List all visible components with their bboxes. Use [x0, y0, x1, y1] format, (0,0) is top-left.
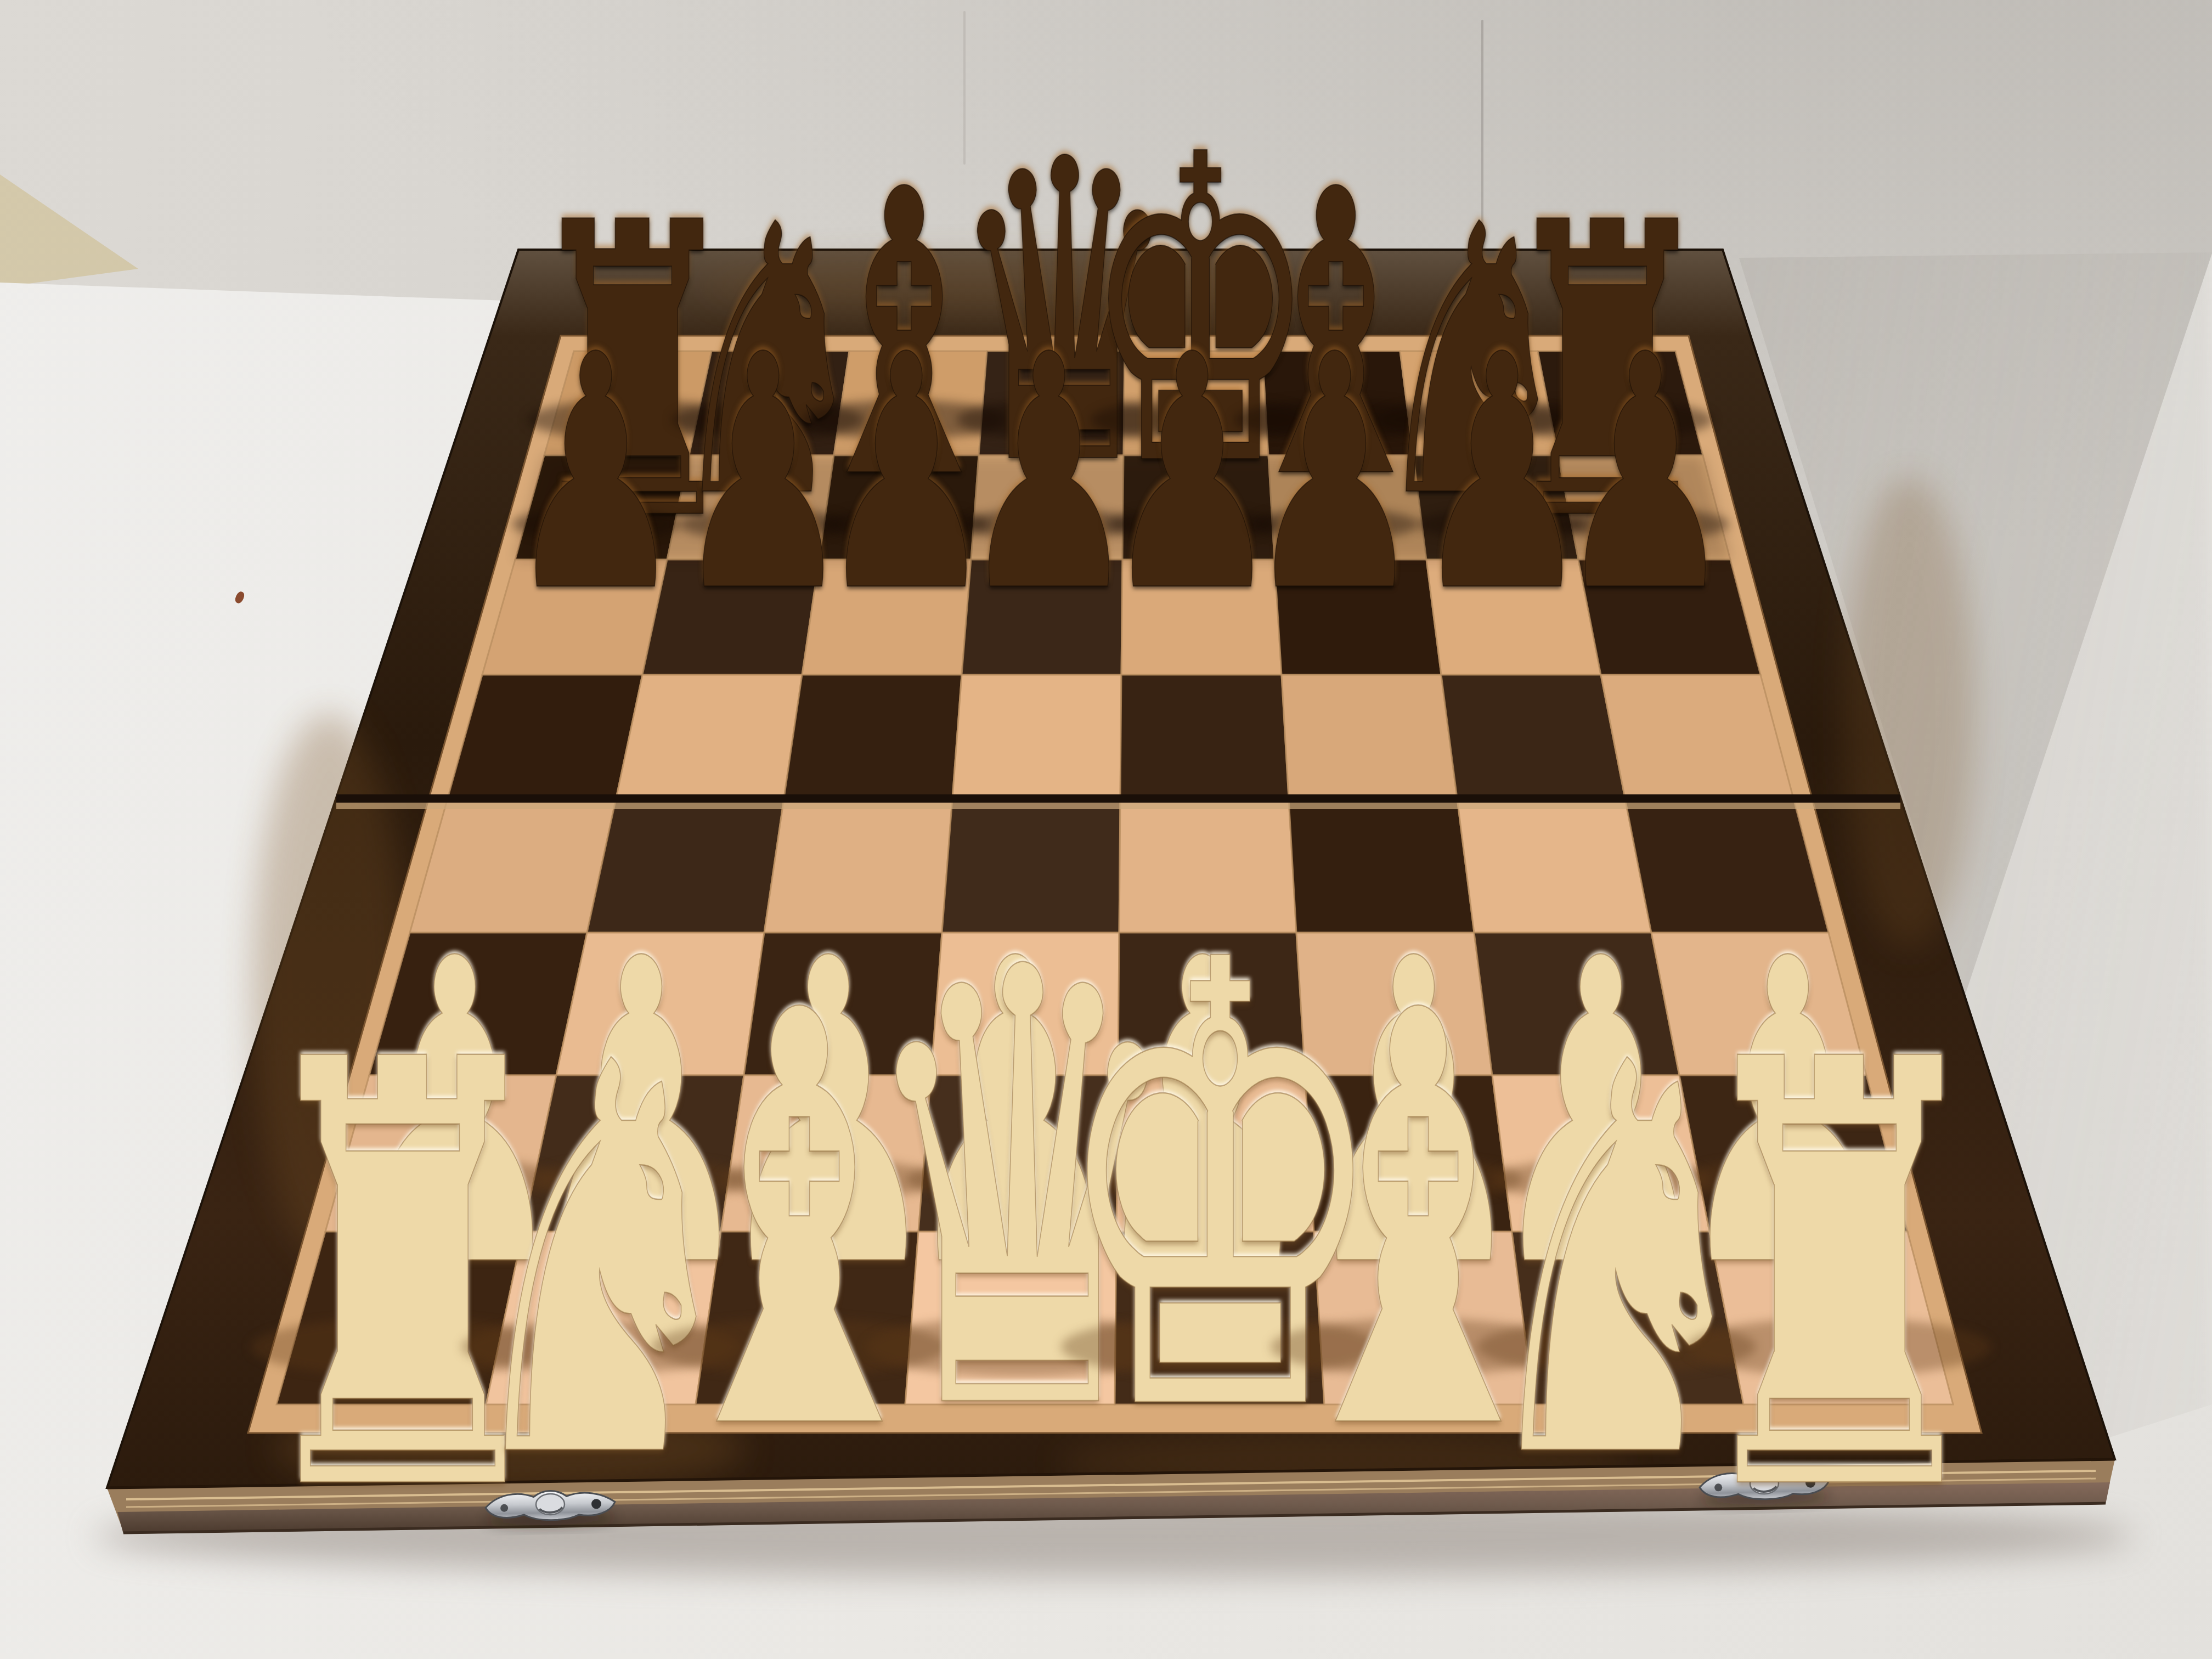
- hinge-seam-highlight: [336, 803, 1900, 809]
- square-g3[interactable]: [1474, 933, 1679, 1075]
- square-f3[interactable]: [1296, 933, 1492, 1075]
- square-f1[interactable]: [1314, 1232, 1534, 1404]
- square-b8[interactable]: [689, 351, 849, 455]
- square-d3[interactable]: [931, 933, 1119, 1075]
- chess-board: [0, 0, 2212, 1659]
- square-h4[interactable]: [1625, 798, 1829, 933]
- square-f8[interactable]: [1262, 351, 1413, 455]
- square-c5[interactable]: [784, 675, 962, 798]
- square-f6[interactable]: [1274, 560, 1441, 675]
- square-c4[interactable]: [764, 798, 952, 933]
- square-e1[interactable]: [1115, 1232, 1324, 1404]
- square-g8[interactable]: [1400, 351, 1558, 455]
- square-g6[interactable]: [1426, 560, 1601, 675]
- square-c8[interactable]: [834, 351, 987, 455]
- square-d5[interactable]: [952, 675, 1121, 798]
- square-b2[interactable]: [523, 1075, 744, 1232]
- square-b4[interactable]: [587, 798, 784, 933]
- square-h5[interactable]: [1601, 675, 1793, 798]
- square-d6[interactable]: [962, 560, 1122, 675]
- square-h8[interactable]: [1538, 351, 1703, 455]
- square-a8[interactable]: [544, 351, 712, 455]
- square-c2[interactable]: [721, 1075, 931, 1232]
- square-f2[interactable]: [1305, 1075, 1512, 1232]
- square-e2[interactable]: [1116, 1075, 1314, 1232]
- wood-figure: [702, 255, 1273, 315]
- square-e4[interactable]: [1119, 798, 1296, 933]
- square-d1[interactable]: [905, 1232, 1116, 1404]
- photo-scene: ♜♞♝♛♚♝♞♜♟♟♟♟♟♟♟♟♟♟♟♟♟♟♟♟♜♞♝♛♚♝♞♜: [0, 0, 2212, 1659]
- square-d2[interactable]: [918, 1075, 1118, 1232]
- piece-reflections: [515, 455, 1730, 560]
- square-c1[interactable]: [696, 1232, 918, 1404]
- square-b6[interactable]: [642, 560, 819, 675]
- square-b3[interactable]: [556, 933, 764, 1075]
- wood-figure: [1843, 477, 1975, 949]
- square-g5[interactable]: [1441, 675, 1625, 798]
- metal-clasp[interactable]: [486, 1489, 616, 1527]
- square-g1[interactable]: [1512, 1232, 1743, 1404]
- hinge-seam: [336, 794, 1900, 803]
- square-h3[interactable]: [1651, 933, 1866, 1075]
- square-h2[interactable]: [1679, 1075, 1908, 1232]
- square-f5[interactable]: [1282, 675, 1457, 798]
- square-e8[interactable]: [1124, 351, 1268, 455]
- square-a6[interactable]: [482, 560, 667, 675]
- square-c3[interactable]: [744, 933, 942, 1075]
- square-d4[interactable]: [942, 798, 1120, 933]
- square-c6[interactable]: [802, 560, 971, 675]
- square-h6[interactable]: [1578, 560, 1760, 675]
- square-f4[interactable]: [1289, 798, 1474, 933]
- square-e3[interactable]: [1118, 933, 1305, 1075]
- square-d8[interactable]: [979, 351, 1125, 455]
- square-b5[interactable]: [616, 675, 802, 798]
- square-b1[interactable]: [486, 1232, 721, 1404]
- square-e5[interactable]: [1120, 675, 1289, 798]
- square-g2[interactable]: [1492, 1075, 1709, 1232]
- square-a5[interactable]: [448, 675, 642, 798]
- square-g4[interactable]: [1457, 798, 1651, 933]
- square-e6[interactable]: [1121, 560, 1282, 675]
